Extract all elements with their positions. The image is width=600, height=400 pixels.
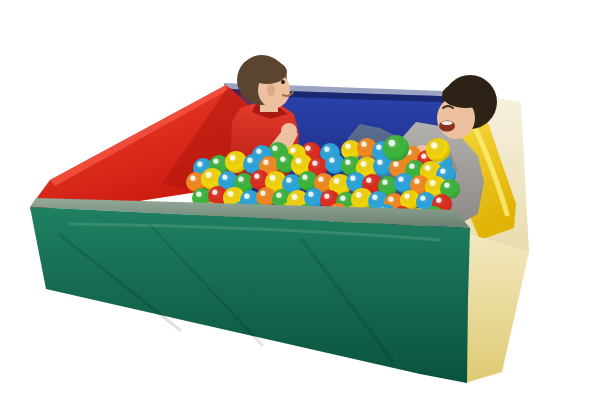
ball-highlight [230, 155, 236, 161]
ball-highlight [340, 196, 345, 201]
ball-highlight [324, 147, 329, 152]
ball-highlight [222, 175, 227, 180]
ball-pit-scene [0, 0, 600, 400]
ball-highlight [196, 192, 201, 197]
lower-right-outer-face [463, 232, 529, 383]
product-photo-ball-pit [0, 0, 600, 400]
ball-highlight [256, 149, 261, 154]
ball-highlight [312, 161, 317, 166]
ball-highlight [366, 178, 371, 183]
ball-highlight [206, 172, 212, 178]
ball-highlight [444, 183, 449, 188]
ball-highlight [280, 157, 285, 162]
ball-highlight [318, 177, 323, 182]
ball-highlight [238, 177, 243, 182]
ball-highlight [350, 176, 355, 181]
ball-highlight [212, 190, 217, 195]
ball-highlight [296, 158, 302, 164]
ball-shading [426, 138, 450, 162]
ball-highlight [260, 191, 265, 196]
ball-yellow [426, 138, 450, 162]
ball-highlight [404, 194, 409, 199]
ball-highlight [302, 175, 307, 180]
ball-highlight [420, 196, 425, 201]
ball-highlight [361, 161, 367, 167]
ball-highlight [421, 154, 426, 159]
green-front-wall [30, 207, 470, 383]
ball-highlight [270, 175, 276, 181]
ball-highlight [377, 160, 382, 165]
ball-highlight [276, 193, 281, 198]
ball-highlight [305, 146, 310, 151]
ball-highlight [334, 178, 340, 184]
ball-highlight [372, 195, 377, 200]
ball-green [383, 135, 409, 161]
ball-highlight [286, 178, 291, 183]
ball-highlight [190, 176, 195, 181]
ball-highlight [431, 142, 437, 148]
ball-highlight [345, 144, 350, 149]
ball-highlight [382, 180, 387, 185]
ball-highlight [345, 160, 350, 165]
ball-shading [383, 135, 409, 161]
ball-highlight [272, 146, 277, 151]
ball-highlight [440, 169, 445, 174]
ball-highlight [388, 197, 393, 202]
ball-highlight [213, 159, 218, 164]
ball-highlight [197, 162, 202, 167]
ball-highlight [254, 174, 259, 179]
ball-highlight [376, 145, 381, 150]
scene-root [30, 55, 529, 383]
ball-highlight [244, 194, 249, 199]
ball-highlight [356, 192, 362, 198]
right-boy-fringe [442, 82, 490, 108]
ball-highlight [430, 180, 436, 186]
ball-highlight [329, 158, 334, 163]
left-boy-fist [281, 123, 297, 139]
ball-highlight [393, 162, 398, 167]
ball-highlight [247, 158, 252, 163]
ball-highlight [292, 194, 298, 200]
ball-highlight [414, 179, 419, 184]
left-boy-ear [267, 84, 275, 96]
left-boy-eye [281, 80, 285, 84]
left-boy-fringe [247, 60, 287, 84]
ball-highlight [425, 165, 431, 171]
ball-highlight [290, 148, 295, 153]
ball-highlight [308, 192, 313, 197]
ball-highlight [398, 177, 403, 182]
ball-highlight [361, 142, 366, 147]
ball-highlight [324, 194, 329, 199]
ball-highlight [388, 140, 395, 147]
ball-highlight [409, 164, 414, 169]
ball-highlight [436, 198, 441, 203]
ball-highlight [228, 191, 234, 197]
right-boy-teeth [442, 121, 453, 125]
ball-highlight [263, 160, 268, 165]
